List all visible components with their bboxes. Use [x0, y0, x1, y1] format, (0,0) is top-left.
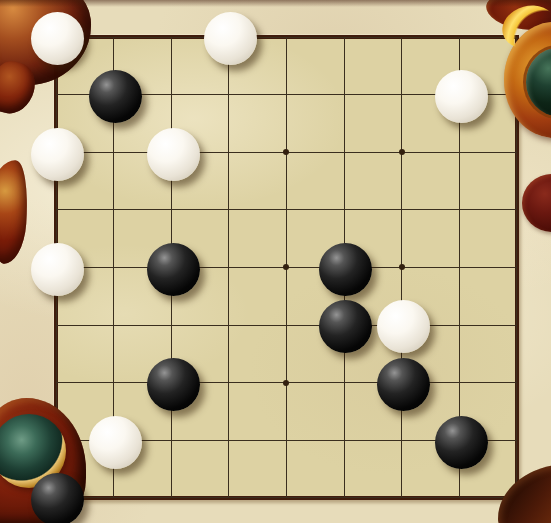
black-stone[interactable]: [147, 358, 200, 411]
white-stone[interactable]: [31, 12, 84, 65]
black-stone[interactable]: [147, 243, 200, 296]
go-board[interactable]: [27, 8, 545, 523]
red-flame-carving-icon: [0, 159, 31, 265]
black-stone[interactable]: [319, 300, 372, 353]
black-stone[interactable]: [435, 416, 488, 469]
black-stone[interactable]: [377, 358, 430, 411]
black-stone[interactable]: [31, 473, 84, 523]
white-stone[interactable]: [147, 128, 200, 181]
top-edge-shadow: [0, 0, 551, 7]
white-stone[interactable]: [204, 12, 257, 65]
white-stone[interactable]: [31, 128, 84, 181]
go-game-window: [0, 0, 551, 523]
black-stone[interactable]: [319, 243, 372, 296]
white-stone[interactable]: [377, 300, 430, 353]
black-stone[interactable]: [89, 70, 142, 123]
white-stone[interactable]: [435, 70, 488, 123]
white-stone[interactable]: [31, 243, 84, 296]
white-stone[interactable]: [89, 416, 142, 469]
